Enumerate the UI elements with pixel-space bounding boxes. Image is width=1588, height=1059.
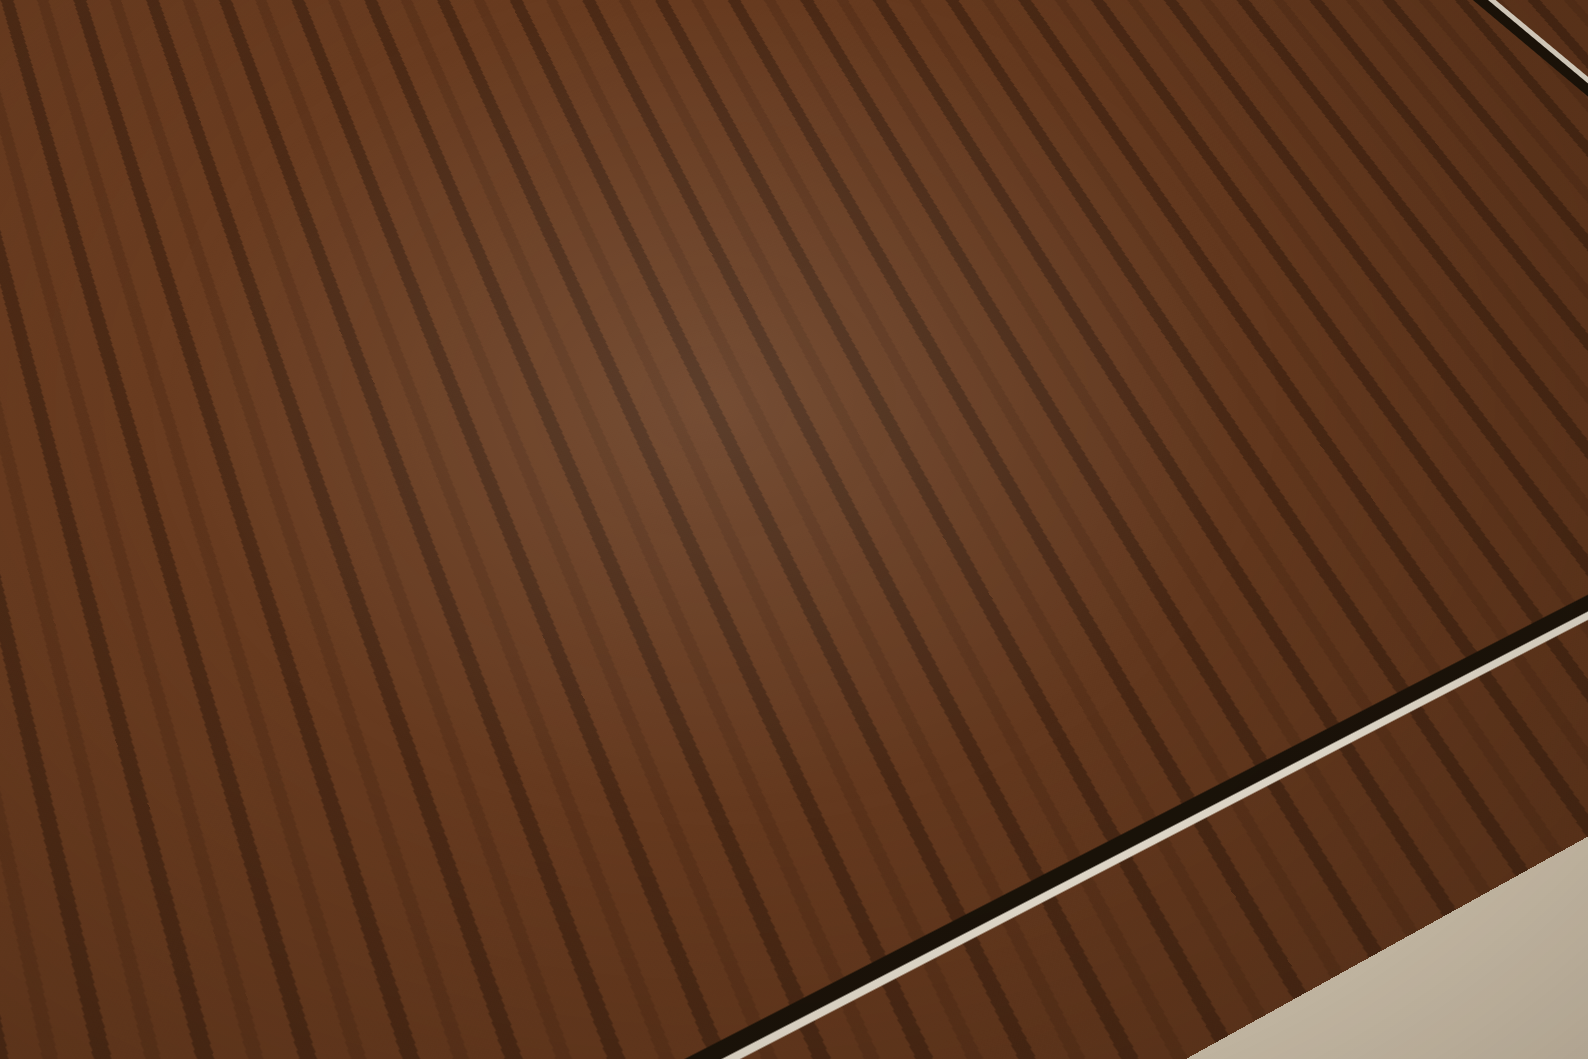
frame-inlay-light-line <box>0 0 1588 1059</box>
board-scene <box>0 0 1588 1059</box>
board-grid <box>0 0 1588 1059</box>
chess-board <box>0 0 1588 1059</box>
chess-photo-stage <box>0 0 1588 1059</box>
frame-inlay-dark-line <box>0 0 1588 1059</box>
board-frame <box>0 0 1588 1059</box>
